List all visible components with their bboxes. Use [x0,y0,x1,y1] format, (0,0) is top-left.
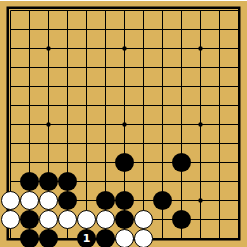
white-stone [96,210,115,229]
intersection-F10[interactable] [96,58,115,77]
intersection-L1[interactable] [191,229,210,247]
go-board-diagram: 1 [0,0,247,247]
white-stone [39,191,58,210]
intersection-J9[interactable] [153,77,172,96]
intersection-H12[interactable] [134,20,153,39]
intersection-F9[interactable] [96,77,115,96]
intersection-A2[interactable] [1,210,20,229]
intersection-E4[interactable] [77,172,96,191]
intersection-F5[interactable] [96,153,115,172]
intersection-B6[interactable] [20,134,39,153]
intersection-E13[interactable] [77,1,96,20]
intersection-K12[interactable] [172,20,191,39]
intersection-L12[interactable] [191,20,210,39]
intersection-C5[interactable] [39,153,58,172]
intersection-E6[interactable] [77,134,96,153]
intersection-J2[interactable] [153,210,172,229]
intersection-N1[interactable] [229,229,247,247]
black-stone [20,210,39,229]
intersection-F1[interactable] [96,229,115,247]
intersection-D9[interactable] [58,77,77,96]
intersection-J5[interactable] [153,153,172,172]
intersection-M11[interactable] [210,39,229,58]
intersection-D3[interactable] [58,191,77,210]
black-stone [39,172,58,191]
intersection-G7[interactable] [115,115,134,134]
intersection-A6[interactable] [1,134,20,153]
intersection-K5[interactable] [172,153,191,172]
intersection-D6[interactable] [58,134,77,153]
black-stone [153,191,172,210]
intersection-E2[interactable] [77,210,96,229]
intersection-A3[interactable] [1,191,20,210]
intersection-F3[interactable] [96,191,115,210]
white-stone [39,210,58,229]
intersection-B12[interactable] [20,20,39,39]
intersection-K4[interactable] [172,172,191,191]
intersection-B4[interactable] [20,172,39,191]
white-stone [115,229,134,247]
intersection-B1[interactable] [20,229,39,247]
intersection-L6[interactable] [191,134,210,153]
intersection-D1[interactable] [58,229,77,247]
intersection-B7[interactable] [20,115,39,134]
intersection-D7[interactable] [58,115,77,134]
intersection-B9[interactable] [20,77,39,96]
move-number-label: 1 [77,229,96,247]
intersection-F6[interactable] [96,134,115,153]
intersection-N10[interactable] [229,58,247,77]
intersection-G4[interactable] [115,172,134,191]
intersection-F2[interactable] [96,210,115,229]
white-stone [20,191,39,210]
intersection-H3[interactable] [134,191,153,210]
intersection-C10[interactable] [39,58,58,77]
intersection-H13[interactable] [134,1,153,20]
black-stone [39,229,58,247]
intersection-M4[interactable] [210,172,229,191]
black-stone [172,210,191,229]
intersection-K6[interactable] [172,134,191,153]
intersection-H7[interactable] [134,115,153,134]
intersection-M6[interactable] [210,134,229,153]
board-intersections: 1 [1,1,247,247]
intersection-G2[interactable] [115,210,134,229]
intersection-E12[interactable] [77,20,96,39]
intersection-B10[interactable] [20,58,39,77]
intersection-H1[interactable] [134,229,153,247]
intersection-B3[interactable] [20,191,39,210]
intersection-J10[interactable] [153,58,172,77]
intersection-E3[interactable] [77,191,96,210]
intersection-N3[interactable] [229,191,247,210]
intersection-N7[interactable] [229,115,247,134]
black-stone [20,172,39,191]
intersection-N11[interactable] [229,39,247,58]
intersection-G3[interactable] [115,191,134,210]
intersection-C13[interactable] [39,1,58,20]
intersection-A4[interactable] [1,172,20,191]
black-stone [58,191,77,210]
intersection-C6[interactable] [39,134,58,153]
intersection-D11[interactable] [58,39,77,58]
intersection-K9[interactable] [172,77,191,96]
intersection-J11[interactable] [153,39,172,58]
intersection-A8[interactable] [1,96,20,115]
intersection-F12[interactable] [96,20,115,39]
intersection-L7[interactable] [191,115,210,134]
intersection-G10[interactable] [115,58,134,77]
intersection-J13[interactable] [153,1,172,20]
black-stone [115,153,134,172]
intersection-K10[interactable] [172,58,191,77]
intersection-K3[interactable] [172,191,191,210]
intersection-A5[interactable] [1,153,20,172]
black-stone [58,172,77,191]
black-stone [96,191,115,210]
intersection-C8[interactable] [39,96,58,115]
intersection-K1[interactable] [172,229,191,247]
intersection-D10[interactable] [58,58,77,77]
intersection-E9[interactable] [77,77,96,96]
intersection-G11[interactable] [115,39,134,58]
intersection-H9[interactable] [134,77,153,96]
intersection-J7[interactable] [153,115,172,134]
white-stone [1,210,20,229]
intersection-K7[interactable] [172,115,191,134]
intersection-E10[interactable] [77,58,96,77]
intersection-J12[interactable] [153,20,172,39]
intersection-E8[interactable] [77,96,96,115]
intersection-M1[interactable] [210,229,229,247]
intersection-J4[interactable] [153,172,172,191]
intersection-G12[interactable] [115,20,134,39]
intersection-M10[interactable] [210,58,229,77]
black-stone [96,229,115,247]
intersection-G5[interactable] [115,153,134,172]
intersection-A9[interactable] [1,77,20,96]
intersection-L3[interactable] [191,191,210,210]
intersection-A13[interactable] [1,1,20,20]
white-stone [134,210,153,229]
intersection-J8[interactable] [153,96,172,115]
intersection-N13[interactable] [229,1,247,20]
intersection-M3[interactable] [210,191,229,210]
intersection-N2[interactable] [229,210,247,229]
intersection-B5[interactable] [20,153,39,172]
intersection-A12[interactable] [1,20,20,39]
white-stone [134,229,153,247]
intersection-L5[interactable] [191,153,210,172]
intersection-M7[interactable] [210,115,229,134]
intersection-K8[interactable] [172,96,191,115]
intersection-N8[interactable] [229,96,247,115]
white-stone [58,210,77,229]
intersection-A10[interactable] [1,58,20,77]
intersection-F7[interactable] [96,115,115,134]
intersection-J6[interactable] [153,134,172,153]
intersection-L11[interactable] [191,39,210,58]
intersection-L8[interactable] [191,96,210,115]
intersection-G13[interactable] [115,1,134,20]
intersection-J3[interactable] [153,191,172,210]
intersection-H2[interactable] [134,210,153,229]
black-stone: 1 [77,229,96,247]
intersection-N12[interactable] [229,20,247,39]
intersection-E11[interactable] [77,39,96,58]
intersection-M13[interactable] [210,1,229,20]
intersection-C7[interactable] [39,115,58,134]
intersection-F4[interactable] [96,172,115,191]
intersection-E1[interactable]: 1 [77,229,96,247]
intersection-E5[interactable] [77,153,96,172]
intersection-N9[interactable] [229,77,247,96]
intersection-F13[interactable] [96,1,115,20]
white-stone [1,191,20,210]
intersection-L13[interactable] [191,1,210,20]
black-stone [20,229,39,247]
black-stone [115,191,134,210]
intersection-C2[interactable] [39,210,58,229]
intersection-C3[interactable] [39,191,58,210]
intersection-A1[interactable] [1,229,20,247]
intersection-M12[interactable] [210,20,229,39]
intersection-D8[interactable] [58,96,77,115]
black-stone [172,153,191,172]
intersection-K13[interactable] [172,1,191,20]
intersection-D13[interactable] [58,1,77,20]
intersection-G8[interactable] [115,96,134,115]
intersection-D2[interactable] [58,210,77,229]
intersection-H11[interactable] [134,39,153,58]
intersection-L4[interactable] [191,172,210,191]
intersection-M9[interactable] [210,77,229,96]
intersection-A11[interactable] [1,39,20,58]
intersection-H5[interactable] [134,153,153,172]
intersection-N4[interactable] [229,172,247,191]
intersection-C11[interactable] [39,39,58,58]
black-stone [115,210,134,229]
intersection-G1[interactable] [115,229,134,247]
intersection-C12[interactable] [39,20,58,39]
intersection-C1[interactable] [39,229,58,247]
intersection-L9[interactable] [191,77,210,96]
intersection-K11[interactable] [172,39,191,58]
intersection-G9[interactable] [115,77,134,96]
intersection-M8[interactable] [210,96,229,115]
intersection-D5[interactable] [58,153,77,172]
intersection-G6[interactable] [115,134,134,153]
intersection-J1[interactable] [153,229,172,247]
intersection-H8[interactable] [134,96,153,115]
intersection-C4[interactable] [39,172,58,191]
intersection-B11[interactable] [20,39,39,58]
intersection-A7[interactable] [1,115,20,134]
intersection-C9[interactable] [39,77,58,96]
intersection-D12[interactable] [58,20,77,39]
intersection-N6[interactable] [229,134,247,153]
intersection-B2[interactable] [20,210,39,229]
intersection-B13[interactable] [20,1,39,20]
intersection-N5[interactable] [229,153,247,172]
intersection-L10[interactable] [191,58,210,77]
white-stone [77,210,96,229]
intersection-F8[interactable] [96,96,115,115]
intersection-H10[interactable] [134,58,153,77]
intersection-M5[interactable] [210,153,229,172]
intersection-H4[interactable] [134,172,153,191]
intersection-M2[interactable] [210,210,229,229]
intersection-K2[interactable] [172,210,191,229]
intersection-B8[interactable] [20,96,39,115]
intersection-F11[interactable] [96,39,115,58]
intersection-E7[interactable] [77,115,96,134]
intersection-D4[interactable] [58,172,77,191]
intersection-H6[interactable] [134,134,153,153]
intersection-L2[interactable] [191,210,210,229]
